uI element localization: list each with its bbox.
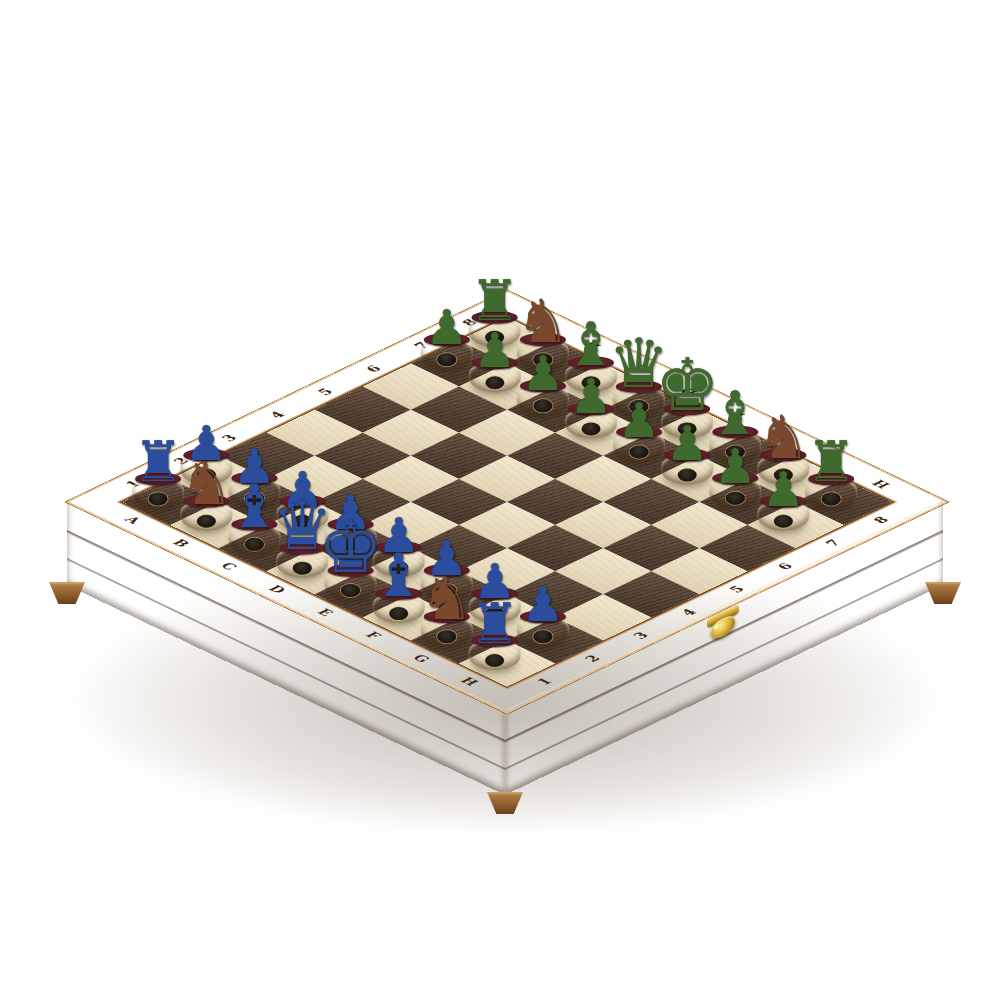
figurine: ♜: [463, 598, 527, 670]
white-rook-glyph: ♜: [470, 598, 520, 650]
box-foot-right: [925, 582, 961, 604]
black-pawn-glyph: ♟: [617, 398, 660, 442]
black-pawn-glyph: ♟: [521, 351, 564, 395]
box-foot-left: [49, 582, 85, 604]
black-pawn-glyph: ♟: [714, 444, 757, 488]
figurine: ♟: [751, 467, 815, 531]
black-pawn-glyph: ♟: [666, 421, 709, 465]
black-pawn-glyph: ♟: [762, 467, 805, 511]
white-pawn-glyph: ♟: [521, 582, 564, 626]
chess-set-scene: ♜♞♝♛♚♝♞♜♟♟♟♟♟♟♟♟♟♟♟♟♟♟♟♟♜♞♝♛♚♝♞♜ ABCDEFG…: [0, 0, 1000, 1000]
black-pawn-glyph: ♟: [425, 305, 468, 349]
black-pawn-glyph: ♟: [473, 328, 516, 372]
black-pawn-glyph: ♟: [569, 374, 612, 418]
